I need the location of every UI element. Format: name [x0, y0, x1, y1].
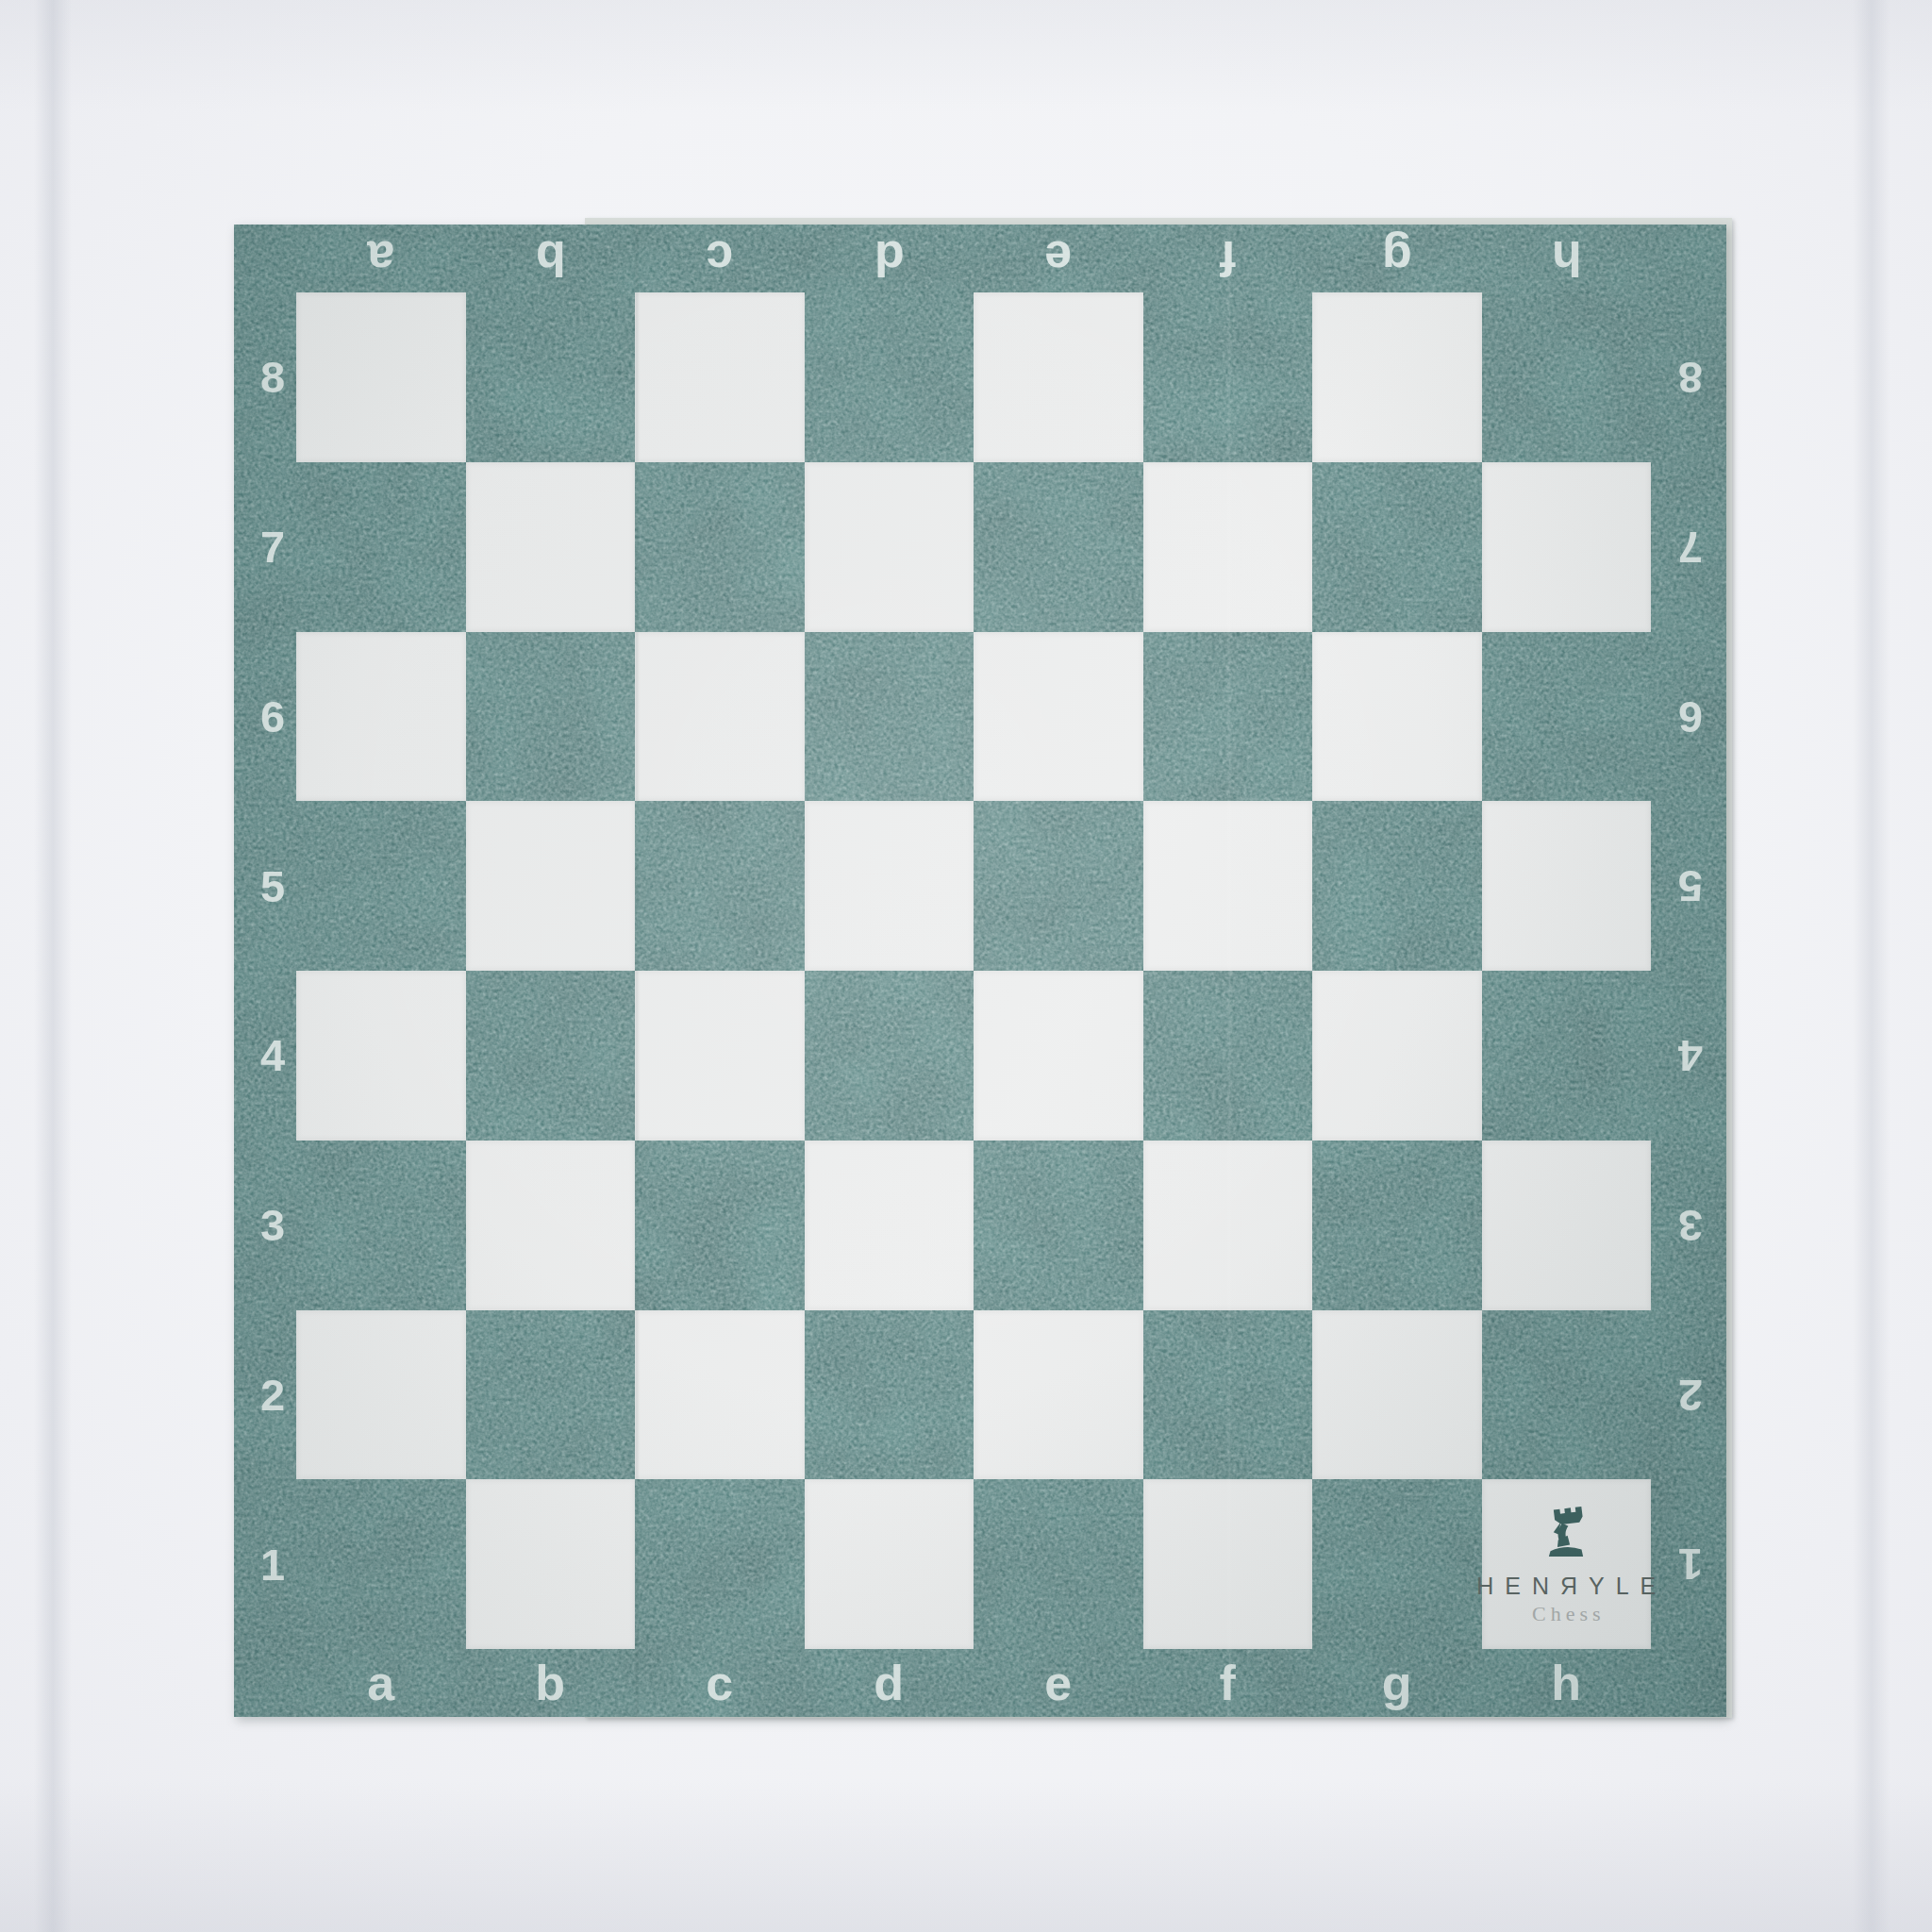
square-f6 — [1143, 632, 1313, 802]
square-c7 — [635, 462, 805, 632]
file-label-top-b: b — [466, 225, 636, 292]
square-f4 — [1143, 971, 1313, 1141]
square-d2 — [805, 1310, 974, 1480]
square-d1 — [805, 1479, 974, 1649]
file-label-top-f: f — [1143, 225, 1313, 292]
rank-label-right-4: 4 — [1651, 971, 1726, 1141]
square-e6 — [974, 632, 1143, 802]
file-label-bottom-e: e — [974, 1649, 1143, 1717]
square-a3 — [296, 1141, 466, 1310]
square-b4 — [466, 971, 636, 1141]
rank-label-left-1: 1 — [234, 1479, 296, 1649]
square-a8 — [296, 292, 466, 462]
square-c5 — [635, 801, 805, 971]
square-b5 — [466, 801, 636, 971]
square-c4 — [635, 971, 805, 1141]
square-f3 — [1143, 1141, 1313, 1310]
brand-name: HENЯYLE — [1465, 1573, 1667, 1600]
square-a5 — [296, 801, 466, 971]
square-c3 — [635, 1141, 805, 1310]
square-g7 — [1312, 462, 1482, 632]
square-g6 — [1312, 632, 1482, 802]
backdrop-shade-top — [0, 0, 1932, 113]
rank-label-right-7: 7 — [1651, 462, 1726, 632]
square-h3 — [1482, 1141, 1652, 1310]
square-g2 — [1312, 1310, 1482, 1480]
square-f1 — [1143, 1479, 1313, 1649]
file-label-top-c: c — [635, 225, 805, 292]
square-e3 — [974, 1141, 1143, 1310]
square-e5 — [974, 801, 1143, 971]
square-a2 — [296, 1310, 466, 1480]
file-label-top-a: a — [296, 225, 466, 292]
square-d5 — [805, 801, 974, 971]
square-b8 — [466, 292, 636, 462]
square-g8 — [1312, 292, 1482, 462]
square-b7 — [466, 462, 636, 632]
square-e8 — [974, 292, 1143, 462]
square-h5 — [1482, 801, 1652, 971]
rank-label-left-4: 4 — [234, 971, 296, 1141]
file-label-top-d: d — [805, 225, 974, 292]
square-c8 — [635, 292, 805, 462]
rank-label-right-3: 3 — [1651, 1141, 1726, 1310]
file-label-bottom-f: f — [1143, 1649, 1313, 1717]
file-label-bottom-d: d — [805, 1649, 974, 1717]
rank-label-left-8: 8 — [234, 292, 296, 462]
square-d4 — [805, 971, 974, 1141]
square-d3 — [805, 1141, 974, 1310]
rank-label-left-7: 7 — [234, 462, 296, 632]
rank-label-left-5: 5 — [234, 801, 296, 971]
square-h1: HENЯYLE Chess — [1482, 1479, 1652, 1649]
square-g1 — [1312, 1479, 1482, 1649]
square-f8 — [1143, 292, 1313, 462]
square-e7 — [974, 462, 1143, 632]
square-a7 — [296, 462, 466, 632]
square-a6 — [296, 632, 466, 802]
square-b6 — [466, 632, 636, 802]
square-f7 — [1143, 462, 1313, 632]
brand-logo: HENЯYLE Chess — [1482, 1479, 1652, 1649]
square-e2 — [974, 1310, 1143, 1480]
square-h2 — [1482, 1310, 1652, 1480]
square-d6 — [805, 632, 974, 802]
backdrop-shade-bottom — [0, 1781, 1932, 1932]
file-label-top-e: e — [974, 225, 1143, 292]
backdrop-fold-right — [1853, 0, 1890, 1932]
square-h7 — [1482, 462, 1652, 632]
square-a4 — [296, 971, 466, 1141]
rank-label-right-6: 6 — [1651, 632, 1726, 802]
square-b3 — [466, 1141, 636, 1310]
file-label-bottom-h: h — [1482, 1649, 1652, 1717]
square-f2 — [1143, 1310, 1313, 1480]
rank-label-left-2: 2 — [234, 1310, 296, 1480]
square-c1 — [635, 1479, 805, 1649]
square-e4 — [974, 971, 1143, 1141]
square-g4 — [1312, 971, 1482, 1141]
square-h8 — [1482, 292, 1652, 462]
rank-label-right-8: 8 — [1651, 292, 1726, 462]
square-c6 — [635, 632, 805, 802]
backdrop-fold-left — [34, 0, 72, 1932]
rook-logo-icon — [1540, 1503, 1592, 1565]
board-grid: aabbccddeeffgghh8877665544332211 HENЯYLE… — [234, 225, 1726, 1717]
square-d8 — [805, 292, 974, 462]
file-label-top-g: g — [1312, 225, 1482, 292]
square-h4 — [1482, 971, 1652, 1141]
file-label-bottom-a: a — [296, 1649, 466, 1717]
file-label-bottom-c: c — [635, 1649, 805, 1717]
square-g5 — [1312, 801, 1482, 971]
square-b2 — [466, 1310, 636, 1480]
square-g3 — [1312, 1141, 1482, 1310]
square-d7 — [805, 462, 974, 632]
square-e1 — [974, 1479, 1143, 1649]
square-c2 — [635, 1310, 805, 1480]
rank-label-right-1: 1 — [1651, 1479, 1726, 1649]
rank-label-right-2: 2 — [1651, 1310, 1726, 1480]
file-label-bottom-g: g — [1312, 1649, 1482, 1717]
square-b1 — [466, 1479, 636, 1649]
square-h6 — [1482, 632, 1652, 802]
rank-label-left-6: 6 — [234, 632, 296, 802]
file-label-bottom-b: b — [466, 1649, 636, 1717]
rank-label-left-3: 3 — [234, 1141, 296, 1310]
brand-subtitle: Chess — [1527, 1602, 1606, 1626]
square-a1 — [296, 1479, 466, 1649]
rank-label-right-5: 5 — [1651, 801, 1726, 971]
chess-mat: aabbccddeeffgghh8877665544332211 HENЯYLE… — [234, 225, 1726, 1717]
file-label-top-h: h — [1482, 225, 1652, 292]
photo-backdrop: aabbccddeeffgghh8877665544332211 HENЯYLE… — [0, 0, 1932, 1932]
square-f5 — [1143, 801, 1313, 971]
